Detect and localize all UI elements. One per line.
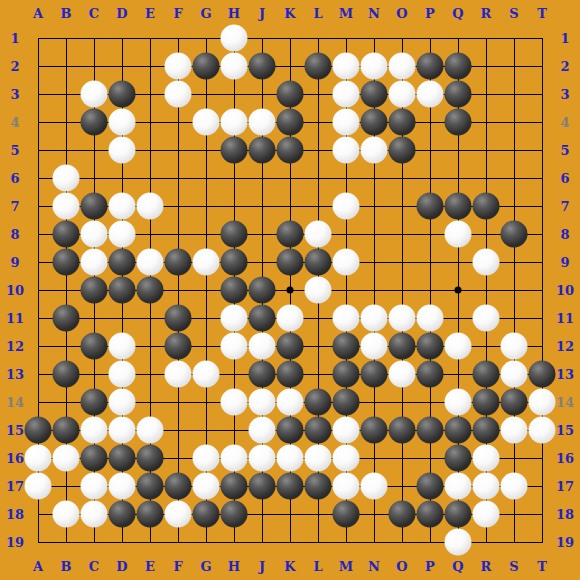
black-stone[interactable] [81,277,108,304]
black-stone[interactable] [389,137,416,164]
black-stone[interactable] [81,193,108,220]
black-stone[interactable] [361,417,388,444]
black-stone[interactable] [529,361,556,388]
white-stone[interactable] [221,445,248,472]
column-label-bottom: A [33,560,43,573]
column-label-bottom: J [259,560,265,573]
white-stone[interactable] [193,109,220,136]
white-stone[interactable] [193,473,220,500]
black-stone[interactable] [249,53,276,80]
white-stone[interactable] [333,473,360,500]
black-stone[interactable] [249,361,276,388]
white-stone[interactable] [501,333,528,360]
white-stone[interactable] [333,193,360,220]
white-stone[interactable] [305,221,332,248]
column-label-top: K [284,7,295,20]
black-stone[interactable] [277,473,304,500]
black-stone[interactable] [445,417,472,444]
black-stone[interactable] [53,221,80,248]
row-label-left: 12 [6,340,24,353]
row-label-left: 7 [10,200,19,213]
row-label-left: 1 [10,32,19,45]
white-stone[interactable] [109,109,136,136]
black-stone[interactable] [165,249,192,276]
white-stone[interactable] [53,501,80,528]
black-stone[interactable] [305,249,332,276]
black-stone[interactable] [53,361,80,388]
white-stone[interactable] [389,305,416,332]
grid-line-vertical [514,38,515,543]
white-stone[interactable] [361,137,388,164]
white-stone[interactable] [81,249,108,276]
white-stone[interactable] [109,333,136,360]
column-label-bottom: Q [452,560,463,573]
grid-line-vertical [542,38,543,543]
white-stone[interactable] [109,221,136,248]
white-stone[interactable] [445,389,472,416]
column-label-top: M [339,7,353,20]
row-label-left: 3 [10,88,19,101]
black-stone[interactable] [109,501,136,528]
white-stone[interactable] [221,109,248,136]
row-label-left: 11 [6,312,24,325]
black-stone[interactable] [221,221,248,248]
row-label-right: 17 [556,480,574,493]
black-stone[interactable] [501,389,528,416]
white-stone[interactable] [249,109,276,136]
white-stone[interactable] [445,529,472,556]
black-stone[interactable] [305,417,332,444]
white-stone[interactable] [529,417,556,444]
black-stone[interactable] [417,501,444,528]
white-stone[interactable] [221,333,248,360]
black-stone[interactable] [501,221,528,248]
white-stone[interactable] [333,53,360,80]
black-stone[interactable] [277,249,304,276]
white-stone[interactable] [193,249,220,276]
white-stone[interactable] [221,389,248,416]
white-stone[interactable] [25,473,52,500]
white-stone[interactable] [249,333,276,360]
column-label-bottom: P [425,560,435,573]
column-label-bottom: K [284,560,295,573]
white-stone[interactable] [165,81,192,108]
column-label-top: C [89,7,99,20]
black-stone[interactable] [305,389,332,416]
star-point [455,287,462,294]
black-stone[interactable] [361,81,388,108]
white-stone[interactable] [137,417,164,444]
white-stone[interactable] [137,249,164,276]
white-stone[interactable] [333,417,360,444]
white-stone[interactable] [333,137,360,164]
white-stone[interactable] [473,305,500,332]
column-label-bottom: E [145,560,155,573]
white-stone[interactable] [445,221,472,248]
white-stone[interactable] [249,417,276,444]
black-stone[interactable] [417,417,444,444]
white-stone[interactable] [109,361,136,388]
white-stone[interactable] [417,81,444,108]
white-stone[interactable] [445,473,472,500]
black-stone[interactable] [53,249,80,276]
column-label-bottom: H [228,560,240,573]
column-label-top: P [425,7,435,20]
black-stone[interactable] [249,137,276,164]
black-stone[interactable] [389,333,416,360]
column-label-bottom: C [89,560,99,573]
white-stone[interactable] [249,445,276,472]
white-stone[interactable] [333,109,360,136]
black-stone[interactable] [109,249,136,276]
black-stone[interactable] [249,277,276,304]
white-stone[interactable] [109,473,136,500]
column-label-top: H [228,7,240,20]
white-stone[interactable] [333,81,360,108]
row-label-right: 5 [560,144,569,157]
column-label-bottom: L [313,560,322,573]
black-stone[interactable] [445,445,472,472]
white-stone[interactable] [333,249,360,276]
white-stone[interactable] [81,473,108,500]
white-stone[interactable] [277,305,304,332]
row-label-right: 4 [560,116,569,129]
row-label-left: 14 [6,396,24,409]
black-stone[interactable] [249,473,276,500]
white-stone[interactable] [361,305,388,332]
black-stone[interactable] [277,81,304,108]
row-label-right: 9 [560,256,569,269]
black-stone[interactable] [81,109,108,136]
black-stone[interactable] [53,417,80,444]
white-stone[interactable] [81,81,108,108]
white-stone[interactable] [193,445,220,472]
white-stone[interactable] [361,53,388,80]
black-stone[interactable] [277,109,304,136]
white-stone[interactable] [137,193,164,220]
column-label-top: J [259,7,265,20]
row-label-right: 11 [556,312,574,325]
column-label-bottom: S [509,560,518,573]
black-stone[interactable] [109,445,136,472]
white-stone[interactable] [361,473,388,500]
white-stone[interactable] [305,277,332,304]
white-stone[interactable] [389,81,416,108]
column-label-bottom: D [116,560,127,573]
black-stone[interactable] [165,333,192,360]
column-label-top: R [481,7,492,20]
row-label-right: 15 [556,424,574,437]
white-stone[interactable] [53,193,80,220]
white-stone[interactable] [333,445,360,472]
white-stone[interactable] [277,445,304,472]
white-stone[interactable] [109,389,136,416]
star-point [287,287,294,294]
white-stone[interactable] [417,305,444,332]
row-label-left: 4 [10,116,19,129]
row-label-right: 14 [556,396,574,409]
black-stone[interactable] [361,361,388,388]
black-stone[interactable] [193,501,220,528]
white-stone[interactable] [221,25,248,52]
column-label-bottom: M [339,560,353,573]
row-label-left: 13 [6,368,24,381]
white-stone[interactable] [81,501,108,528]
column-label-top: O [396,7,407,20]
black-stone[interactable] [305,53,332,80]
black-stone[interactable] [333,389,360,416]
row-label-right: 16 [556,452,574,465]
white-stone[interactable] [473,445,500,472]
black-stone[interactable] [81,333,108,360]
row-label-left: 2 [10,60,19,73]
white-stone[interactable] [501,473,528,500]
white-stone[interactable] [25,445,52,472]
white-stone[interactable] [53,445,80,472]
row-label-right: 7 [560,200,569,213]
black-stone[interactable] [445,193,472,220]
black-stone[interactable] [81,445,108,472]
go-board[interactable]: AABBCCDDEEFFGGHHJJKKLLMMNNOOPPQQRRSSTT11… [0,0,580,580]
white-stone[interactable] [277,389,304,416]
column-label-top: T [537,7,547,20]
row-label-left: 5 [10,144,19,157]
black-stone[interactable] [277,361,304,388]
column-label-top: B [61,7,72,20]
row-label-left: 17 [6,480,24,493]
white-stone[interactable] [81,417,108,444]
black-stone[interactable] [417,333,444,360]
black-stone[interactable] [137,473,164,500]
white-stone[interactable] [305,445,332,472]
row-label-left: 8 [10,228,19,241]
column-label-top: S [509,7,518,20]
column-label-top: A [33,7,43,20]
row-label-right: 8 [560,228,569,241]
column-label-bottom: G [200,560,211,573]
black-stone[interactable] [361,109,388,136]
black-stone[interactable] [193,53,220,80]
black-stone[interactable] [249,305,276,332]
row-label-left: 16 [6,452,24,465]
white-stone[interactable] [473,473,500,500]
column-label-top: L [313,7,322,20]
column-label-top: Q [452,7,463,20]
column-label-bottom: T [537,560,547,573]
row-label-right: 1 [560,32,569,45]
white-stone[interactable] [109,417,136,444]
black-stone[interactable] [473,417,500,444]
white-stone[interactable] [445,333,472,360]
column-label-bottom: R [481,560,492,573]
row-label-left: 9 [10,256,19,269]
black-stone[interactable] [137,277,164,304]
black-stone[interactable] [277,333,304,360]
column-label-bottom: N [368,560,380,573]
black-stone[interactable] [445,501,472,528]
white-stone[interactable] [165,361,192,388]
black-stone[interactable] [473,361,500,388]
row-label-right: 3 [560,88,569,101]
column-label-bottom: B [61,560,72,573]
row-label-left: 15 [6,424,24,437]
white-stone[interactable] [165,53,192,80]
row-label-right: 18 [556,508,574,521]
black-stone[interactable] [473,389,500,416]
black-stone[interactable] [137,501,164,528]
black-stone[interactable] [473,193,500,220]
black-stone[interactable] [445,53,472,80]
black-stone[interactable] [333,333,360,360]
white-stone[interactable] [221,305,248,332]
column-label-top: N [368,7,380,20]
row-label-left: 18 [6,508,24,521]
column-label-top: E [145,7,155,20]
black-stone[interactable] [445,109,472,136]
black-stone[interactable] [277,417,304,444]
white-stone[interactable] [333,305,360,332]
black-stone[interactable] [221,473,248,500]
white-stone[interactable] [361,333,388,360]
black-stone[interactable] [165,473,192,500]
black-stone[interactable] [333,361,360,388]
column-label-bottom: F [173,560,182,573]
column-label-top: D [116,7,127,20]
white-stone[interactable] [473,249,500,276]
white-stone[interactable] [501,361,528,388]
row-label-left: 10 [6,284,24,297]
grid-line-vertical [430,38,431,543]
white-stone[interactable] [473,501,500,528]
black-stone[interactable] [389,417,416,444]
black-stone[interactable] [221,277,248,304]
white-stone[interactable] [53,165,80,192]
black-stone[interactable] [277,221,304,248]
black-stone[interactable] [221,137,248,164]
column-label-top: G [200,7,211,20]
row-label-right: 13 [556,368,574,381]
row-label-right: 2 [560,60,569,73]
white-stone[interactable] [165,501,192,528]
black-stone[interactable] [389,501,416,528]
black-stone[interactable] [53,305,80,332]
black-stone[interactable] [305,473,332,500]
column-label-top: F [173,7,182,20]
black-stone[interactable] [417,53,444,80]
black-stone[interactable] [389,109,416,136]
row-label-right: 12 [556,340,574,353]
black-stone[interactable] [221,501,248,528]
black-stone[interactable] [333,501,360,528]
row-label-right: 6 [560,172,569,185]
black-stone[interactable] [81,389,108,416]
row-label-right: 19 [556,536,574,549]
white-stone[interactable] [389,361,416,388]
black-stone[interactable] [109,277,136,304]
white-stone[interactable] [501,417,528,444]
black-stone[interactable] [417,193,444,220]
white-stone[interactable] [529,389,556,416]
white-stone[interactable] [109,193,136,220]
black-stone[interactable] [109,81,136,108]
white-stone[interactable] [109,137,136,164]
black-stone[interactable] [137,445,164,472]
white-stone[interactable] [81,221,108,248]
black-stone[interactable] [165,305,192,332]
black-stone[interactable] [417,361,444,388]
column-label-bottom: O [396,560,407,573]
row-label-left: 19 [6,536,24,549]
black-stone[interactable] [277,137,304,164]
black-stone[interactable] [417,473,444,500]
row-label-left: 6 [10,172,19,185]
white-stone[interactable] [221,53,248,80]
white-stone[interactable] [249,389,276,416]
row-label-right: 10 [556,284,574,297]
white-stone[interactable] [389,53,416,80]
black-stone[interactable] [25,417,52,444]
black-stone[interactable] [445,81,472,108]
white-stone[interactable] [193,361,220,388]
black-stone[interactable] [221,249,248,276]
